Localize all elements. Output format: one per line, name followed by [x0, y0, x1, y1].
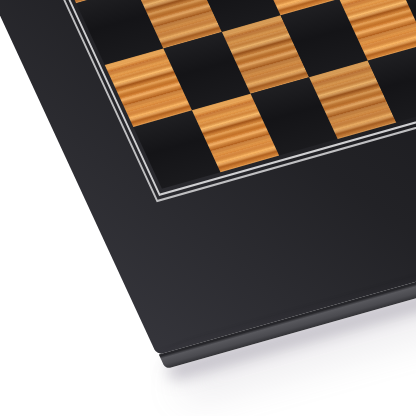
pinstripe-border-inner: [0, 0, 416, 196]
chess-board: [0, 0, 416, 355]
board-side-edge: [159, 181, 416, 369]
photo-background: [0, 0, 416, 416]
playing-area: [0, 0, 416, 189]
pinstripe-border-outer: [0, 0, 416, 202]
